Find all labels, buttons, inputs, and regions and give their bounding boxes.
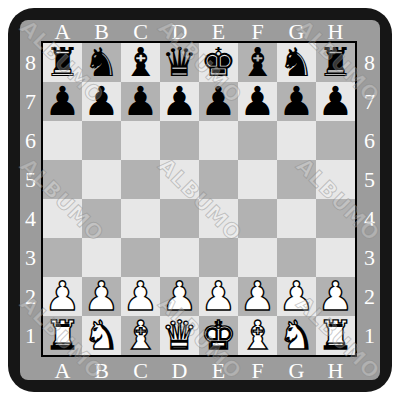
square-d6[interactable] — [160, 121, 199, 160]
piece-white-knight: ♞ — [84, 316, 120, 355]
file-label-h: H — [316, 358, 355, 384]
piece-white-pawn: ♟ — [123, 277, 159, 316]
square-f3[interactable] — [238, 238, 277, 277]
square-c1[interactable]: ♝ — [121, 316, 160, 355]
square-b6[interactable] — [82, 121, 121, 160]
square-c3[interactable] — [121, 238, 160, 277]
square-f1[interactable]: ♝ — [238, 316, 277, 355]
square-c4[interactable] — [121, 199, 160, 238]
square-e1[interactable]: ♚ — [199, 316, 238, 355]
piece-white-bishop: ♝ — [240, 316, 276, 355]
rank-label-7: 7 — [20, 82, 41, 121]
chess-board-illustration: ABCDEFGH ABCDEFGH 87654321 87654321 ♜♞♝♛… — [0, 0, 400, 400]
square-d2[interactable]: ♟ — [160, 277, 199, 316]
square-c7[interactable]: ♟ — [121, 82, 160, 121]
file-label-f: F — [238, 358, 277, 384]
square-b1[interactable]: ♞ — [82, 316, 121, 355]
square-b3[interactable] — [82, 238, 121, 277]
rank-label-4: 4 — [20, 199, 41, 238]
rank-label-6: 6 — [359, 121, 380, 160]
piece-black-pawn: ♟ — [279, 82, 315, 121]
square-g4[interactable] — [277, 199, 316, 238]
file-label-a: A — [43, 358, 82, 384]
file-label-e: E — [199, 358, 238, 384]
square-d4[interactable] — [160, 199, 199, 238]
square-h5[interactable] — [316, 160, 355, 199]
square-g7[interactable]: ♟ — [277, 82, 316, 121]
rank-labels-left: 87654321 — [20, 43, 41, 355]
piece-white-knight: ♞ — [279, 316, 315, 355]
square-a1[interactable]: ♜ — [43, 316, 82, 355]
rank-label-5: 5 — [359, 160, 380, 199]
square-a8[interactable]: ♜ — [43, 43, 82, 82]
piece-white-pawn: ♟ — [240, 277, 276, 316]
square-a5[interactable] — [43, 160, 82, 199]
piece-black-pawn: ♟ — [318, 82, 354, 121]
square-a4[interactable] — [43, 199, 82, 238]
piece-black-pawn: ♟ — [162, 82, 198, 121]
square-h3[interactable] — [316, 238, 355, 277]
square-f4[interactable] — [238, 199, 277, 238]
square-d7[interactable]: ♟ — [160, 82, 199, 121]
rank-label-6: 6 — [20, 121, 41, 160]
square-f7[interactable]: ♟ — [238, 82, 277, 121]
piece-black-king: ♚ — [201, 43, 237, 82]
square-a7[interactable]: ♟ — [43, 82, 82, 121]
square-f5[interactable] — [238, 160, 277, 199]
square-e5[interactable] — [199, 160, 238, 199]
piece-white-queen: ♛ — [162, 316, 198, 355]
square-g3[interactable] — [277, 238, 316, 277]
square-c5[interactable] — [121, 160, 160, 199]
square-e7[interactable]: ♟ — [199, 82, 238, 121]
rank-label-3: 3 — [20, 238, 41, 277]
rank-label-2: 2 — [359, 277, 380, 316]
piece-white-king: ♚ — [201, 316, 237, 355]
piece-white-pawn: ♟ — [84, 277, 120, 316]
square-e8[interactable]: ♚ — [199, 43, 238, 82]
rank-label-8: 8 — [359, 43, 380, 82]
chess-board: ♜♞♝♛♚♝♞♜♟♟♟♟♟♟♟♟♟♟♟♟♟♟♟♟♜♞♝♛♚♝♞♜ — [41, 41, 357, 357]
square-d3[interactable] — [160, 238, 199, 277]
piece-black-queen: ♛ — [162, 43, 198, 82]
square-b5[interactable] — [82, 160, 121, 199]
piece-black-pawn: ♟ — [240, 82, 276, 121]
square-e4[interactable] — [199, 199, 238, 238]
piece-white-pawn: ♟ — [162, 277, 198, 316]
square-c8[interactable]: ♝ — [121, 43, 160, 82]
square-d5[interactable] — [160, 160, 199, 199]
rank-label-1: 1 — [359, 316, 380, 355]
file-labels-bottom: ABCDEFGH — [43, 358, 355, 380]
square-g5[interactable] — [277, 160, 316, 199]
rank-label-2: 2 — [20, 277, 41, 316]
file-label-b: B — [82, 358, 121, 384]
rank-labels-right: 87654321 — [359, 43, 380, 355]
square-g6[interactable] — [277, 121, 316, 160]
square-d8[interactable]: ♛ — [160, 43, 199, 82]
square-b7[interactable]: ♟ — [82, 82, 121, 121]
piece-white-pawn: ♟ — [45, 277, 81, 316]
square-c6[interactable] — [121, 121, 160, 160]
piece-black-bishop: ♝ — [240, 43, 276, 82]
square-b4[interactable] — [82, 199, 121, 238]
rank-label-3: 3 — [359, 238, 380, 277]
piece-white-bishop: ♝ — [123, 316, 159, 355]
piece-black-rook: ♜ — [45, 43, 81, 82]
piece-white-pawn: ♟ — [318, 277, 354, 316]
file-label-g: G — [277, 358, 316, 384]
square-e2[interactable]: ♟ — [199, 277, 238, 316]
piece-black-pawn: ♟ — [45, 82, 81, 121]
square-f6[interactable] — [238, 121, 277, 160]
piece-black-bishop: ♝ — [123, 43, 159, 82]
piece-black-knight: ♞ — [279, 43, 315, 82]
file-labels-top: ABCDEFGH — [43, 19, 355, 41]
square-a3[interactable] — [43, 238, 82, 277]
square-b8[interactable]: ♞ — [82, 43, 121, 82]
piece-white-rook: ♜ — [45, 316, 81, 355]
piece-black-pawn: ♟ — [201, 82, 237, 121]
square-e6[interactable] — [199, 121, 238, 160]
rank-label-7: 7 — [359, 82, 380, 121]
square-f8[interactable]: ♝ — [238, 43, 277, 82]
square-h1[interactable]: ♜ — [316, 316, 355, 355]
piece-black-pawn: ♟ — [123, 82, 159, 121]
piece-black-rook: ♜ — [318, 43, 354, 82]
file-label-c: C — [121, 358, 160, 384]
square-d1[interactable]: ♛ — [160, 316, 199, 355]
piece-white-pawn: ♟ — [201, 277, 237, 316]
square-h8[interactable]: ♜ — [316, 43, 355, 82]
square-g8[interactable]: ♞ — [277, 43, 316, 82]
piece-white-pawn: ♟ — [279, 277, 315, 316]
square-g1[interactable]: ♞ — [277, 316, 316, 355]
piece-white-rook: ♜ — [318, 316, 354, 355]
square-h2[interactable]: ♟ — [316, 277, 355, 316]
file-label-d: D — [160, 358, 199, 384]
square-a6[interactable] — [43, 121, 82, 160]
square-g2[interactable]: ♟ — [277, 277, 316, 316]
square-h7[interactable]: ♟ — [316, 82, 355, 121]
rank-label-8: 8 — [20, 43, 41, 82]
square-a2[interactable]: ♟ — [43, 277, 82, 316]
square-e3[interactable] — [199, 238, 238, 277]
square-c2[interactable]: ♟ — [121, 277, 160, 316]
square-h6[interactable] — [316, 121, 355, 160]
square-b2[interactable]: ♟ — [82, 277, 121, 316]
rank-label-4: 4 — [359, 199, 380, 238]
rank-label-5: 5 — [20, 160, 41, 199]
square-f2[interactable]: ♟ — [238, 277, 277, 316]
piece-black-pawn: ♟ — [84, 82, 120, 121]
rank-label-1: 1 — [20, 316, 41, 355]
piece-black-knight: ♞ — [84, 43, 120, 82]
square-h4[interactable] — [316, 199, 355, 238]
